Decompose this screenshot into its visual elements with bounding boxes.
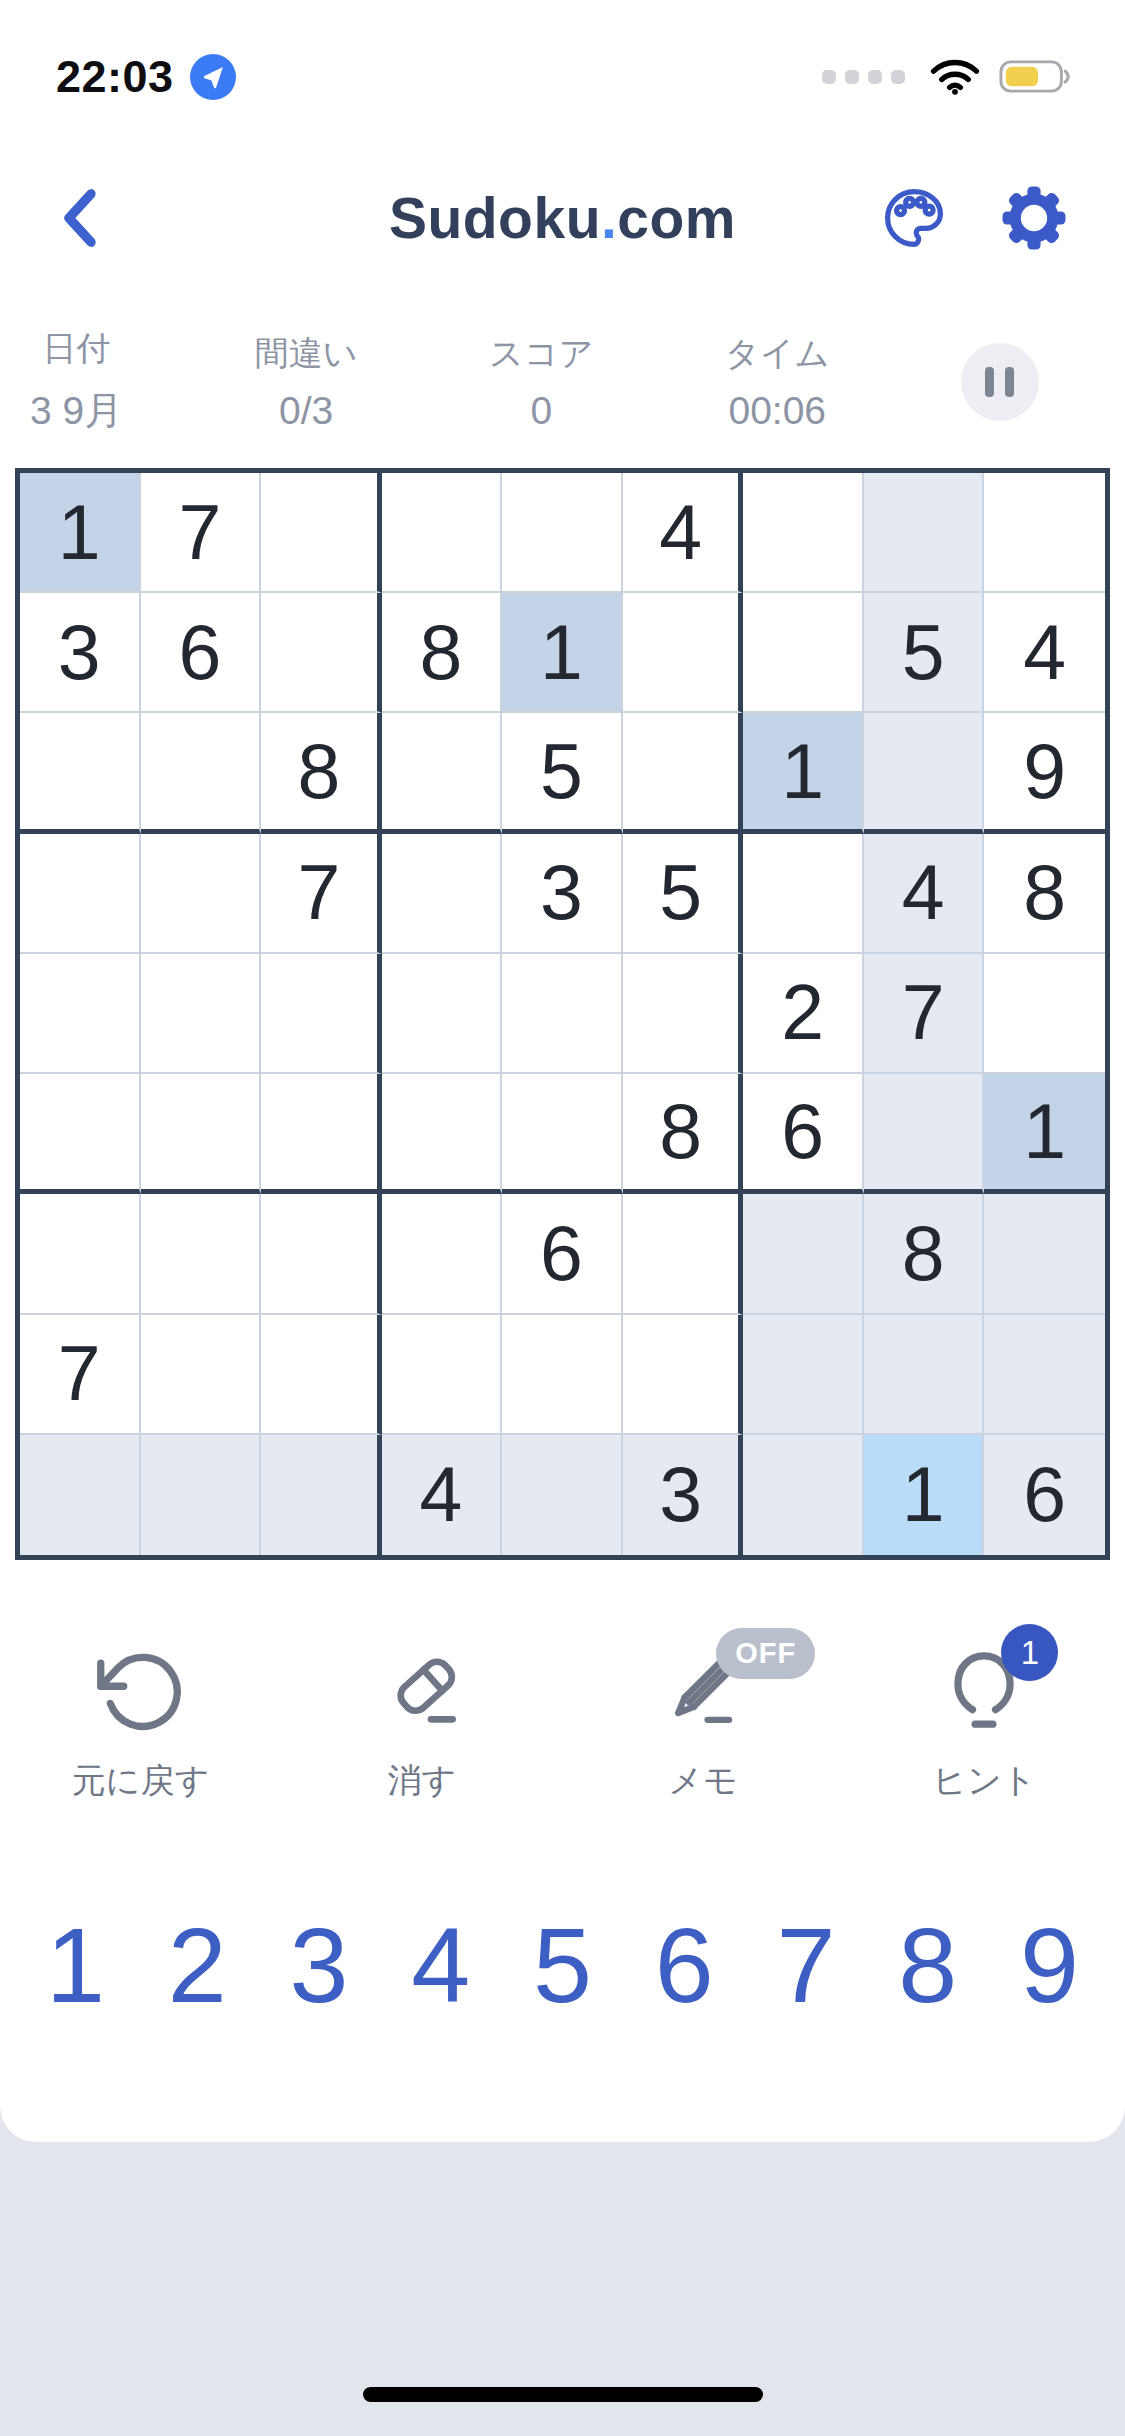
- cell-r6c6[interactable]: 8: [623, 1074, 744, 1194]
- cell-r3c5[interactable]: 5: [502, 713, 623, 833]
- cell-r8c7[interactable]: [743, 1315, 864, 1435]
- number-pad: 123456789: [0, 1902, 1125, 2029]
- undo-button[interactable]: 元に戻す: [0, 1646, 281, 1804]
- cell-r1c5[interactable]: [502, 473, 623, 593]
- stat-time: タイム 00:06: [725, 331, 829, 433]
- cell-r1c1[interactable]: 1: [20, 473, 141, 593]
- pencil-memo-icon: OFF: [657, 1646, 749, 1738]
- cell-r9c8[interactable]: 1: [864, 1435, 985, 1555]
- cell-r4c4[interactable]: [382, 834, 503, 954]
- cell-r5c4[interactable]: [382, 954, 503, 1074]
- cell-r5c6[interactable]: [623, 954, 744, 1074]
- pause-button[interactable]: [961, 343, 1039, 421]
- cell-r1c9[interactable]: [984, 473, 1105, 593]
- numpad-5[interactable]: 5: [533, 1902, 592, 2029]
- pause-icon: [985, 367, 994, 397]
- cell-r5c8[interactable]: 7: [864, 954, 985, 1074]
- cell-r2c6[interactable]: [623, 593, 744, 713]
- stats-row: 日付 3 9月 間違い 0/3 スコア 0 タイム 00:06: [0, 326, 1125, 438]
- cell-r7c5[interactable]: 6: [502, 1194, 623, 1314]
- cell-r4c5[interactable]: 3: [502, 834, 623, 954]
- time-label: タイム: [725, 331, 829, 377]
- score-value: 0: [489, 389, 593, 433]
- cell-r9c7[interactable]: [743, 1435, 864, 1555]
- cell-r6c2[interactable]: [141, 1074, 262, 1194]
- score-label: スコア: [489, 331, 593, 377]
- cell-r3c6[interactable]: [623, 713, 744, 833]
- cell-r2c7[interactable]: [743, 593, 864, 713]
- cell-r6c4[interactable]: [382, 1074, 503, 1194]
- cell-r9c2[interactable]: [141, 1435, 262, 1555]
- memo-label: メモ: [668, 1758, 738, 1804]
- cell-r6c5[interactable]: [502, 1074, 623, 1194]
- memo-off-badge: OFF: [716, 1628, 815, 1679]
- cell-r3c7[interactable]: 1: [743, 713, 864, 833]
- cell-r3c8[interactable]: [864, 713, 985, 833]
- cell-r2c5[interactable]: 1: [502, 593, 623, 713]
- cell-r1c3[interactable]: [261, 473, 382, 593]
- cell-r4c7[interactable]: [743, 834, 864, 954]
- cell-r9c3[interactable]: [261, 1435, 382, 1555]
- home-indicator[interactable]: [363, 2387, 763, 2402]
- cell-r6c8[interactable]: [864, 1074, 985, 1194]
- hint-button[interactable]: 1 ヒント: [844, 1646, 1125, 1804]
- cell-r7c8[interactable]: 8: [864, 1194, 985, 1314]
- numpad-3[interactable]: 3: [290, 1902, 349, 2029]
- cell-r8c3[interactable]: [261, 1315, 382, 1435]
- cell-r3c9[interactable]: 9: [984, 713, 1105, 833]
- cell-r4c6[interactable]: 5: [623, 834, 744, 954]
- cell-r1c6[interactable]: 4: [623, 473, 744, 593]
- cell-r4c3[interactable]: 7: [261, 834, 382, 954]
- cell-r4c2[interactable]: [141, 834, 262, 954]
- cell-r3c1[interactable]: [20, 713, 141, 833]
- eraser-icon: [376, 1646, 468, 1738]
- numpad-7[interactable]: 7: [777, 1902, 836, 2029]
- cell-r8c1[interactable]: 7: [20, 1315, 141, 1435]
- cell-r2c2[interactable]: 6: [141, 593, 262, 713]
- cell-r9c9[interactable]: 6: [984, 1435, 1105, 1555]
- cell-r1c7[interactable]: [743, 473, 864, 593]
- numpad-6[interactable]: 6: [655, 1902, 714, 2029]
- cell-r2c8[interactable]: 5: [864, 593, 985, 713]
- date-label: 日付: [30, 326, 123, 372]
- stat-score: スコア 0: [489, 331, 593, 433]
- cell-r6c1[interactable]: [20, 1074, 141, 1194]
- cell-r5c3[interactable]: [261, 954, 382, 1074]
- cell-r8c4[interactable]: [382, 1315, 503, 1435]
- cell-r9c1[interactable]: [20, 1435, 141, 1555]
- cell-r1c4[interactable]: [382, 473, 503, 593]
- clock-time: 22:03: [56, 51, 174, 103]
- cell-r8c2[interactable]: [141, 1315, 262, 1435]
- cell-r8c9[interactable]: [984, 1315, 1105, 1435]
- cell-r7c3[interactable]: [261, 1194, 382, 1314]
- timer-value: 00:06: [725, 389, 829, 433]
- cell-r8c5[interactable]: [502, 1315, 623, 1435]
- cell-r9c4[interactable]: 4: [382, 1435, 503, 1555]
- numpad-9[interactable]: 9: [1020, 1902, 1079, 2029]
- cell-r1c8[interactable]: [864, 473, 985, 593]
- numpad-1[interactable]: 1: [46, 1902, 105, 2029]
- undo-icon: [95, 1646, 187, 1738]
- cell-r2c3[interactable]: [261, 593, 382, 713]
- header: Sudoku.com: [0, 162, 1125, 274]
- cell-r6c3[interactable]: [261, 1074, 382, 1194]
- cell-r4c8[interactable]: 4: [864, 834, 985, 954]
- cell-r7c2[interactable]: [141, 1194, 262, 1314]
- cell-r8c6[interactable]: [623, 1315, 744, 1435]
- status-bar: 22:03: [0, 0, 1125, 112]
- mistakes-label: 間違い: [255, 331, 358, 377]
- cell-r2c9[interactable]: 4: [984, 593, 1105, 713]
- cell-r5c9[interactable]: [984, 954, 1105, 1074]
- back-button[interactable]: [58, 187, 102, 249]
- numpad-2[interactable]: 2: [168, 1902, 227, 2029]
- cell-r1c2[interactable]: 7: [141, 473, 262, 593]
- stat-mistakes: 間違い 0/3: [255, 331, 358, 433]
- cell-r6c7[interactable]: 6: [743, 1074, 864, 1194]
- chevron-left-icon: [58, 187, 102, 249]
- cell-r5c7[interactable]: 2: [743, 954, 864, 1074]
- cell-r7c6[interactable]: [623, 1194, 744, 1314]
- theme-palette-button[interactable]: [881, 185, 947, 251]
- erase-button[interactable]: 消す: [281, 1646, 562, 1804]
- cell-r4c1[interactable]: [20, 834, 141, 954]
- lightbulb-icon: 1: [938, 1646, 1030, 1738]
- toolbar: 元に戻す 消す: [0, 1646, 1125, 1804]
- cell-r2c4[interactable]: 8: [382, 593, 503, 713]
- cell-r3c2[interactable]: [141, 713, 262, 833]
- game-card: 22:03: [0, 0, 1125, 2142]
- mistakes-value: 0/3: [255, 389, 358, 433]
- cell-r7c7[interactable]: [743, 1194, 864, 1314]
- cellular-signal-dots: [822, 70, 905, 84]
- cell-r3c4[interactable]: [382, 713, 503, 833]
- cell-r5c2[interactable]: [141, 954, 262, 1074]
- settings-gear-button[interactable]: [1001, 185, 1067, 251]
- erase-label: 消す: [387, 1758, 456, 1804]
- stat-date: 日付 3 9月: [30, 326, 123, 438]
- location-services-icon: [190, 54, 236, 100]
- date-value: 3 9月: [30, 384, 123, 438]
- cell-r7c4[interactable]: [382, 1194, 503, 1314]
- numpad-8[interactable]: 8: [898, 1902, 957, 2029]
- cell-r5c5[interactable]: [502, 954, 623, 1074]
- hint-label: ヒント: [932, 1758, 1036, 1804]
- cell-r9c6[interactable]: 3: [623, 1435, 744, 1555]
- cell-r3c3[interactable]: 8: [261, 713, 382, 833]
- undo-label: 元に戻す: [72, 1758, 210, 1804]
- numpad-4[interactable]: 4: [411, 1902, 470, 2029]
- battery-icon: [999, 57, 1077, 97]
- hint-count-badge: 1: [1001, 1624, 1058, 1681]
- cell-r5c1[interactable]: [20, 954, 141, 1074]
- cell-r8c8[interactable]: [864, 1315, 985, 1435]
- wifi-icon: [929, 58, 981, 96]
- sudoku-grid: 174368154851973548278616874316: [15, 468, 1110, 1560]
- cell-r7c1[interactable]: [20, 1194, 141, 1314]
- cell-r9c5[interactable]: [502, 1435, 623, 1555]
- cell-r6c9[interactable]: 1: [984, 1074, 1105, 1194]
- cell-r4c9[interactable]: 8: [984, 834, 1105, 954]
- cell-r7c9[interactable]: [984, 1194, 1105, 1314]
- cell-r2c1[interactable]: 3: [20, 593, 141, 713]
- memo-button[interactable]: OFF メモ: [563, 1646, 844, 1804]
